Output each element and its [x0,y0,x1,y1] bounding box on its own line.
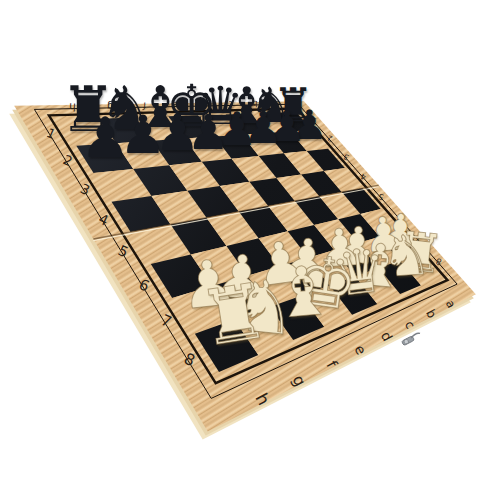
product-photo: 1234567812345678hgfedcbahgfedcba ♜♞♝♚♛♝♞… [0,0,500,500]
piece-black-pawn-h2[interactable]: ♟ [80,110,130,166]
piece-white-rook-h8[interactable]: ♜ [194,272,274,358]
